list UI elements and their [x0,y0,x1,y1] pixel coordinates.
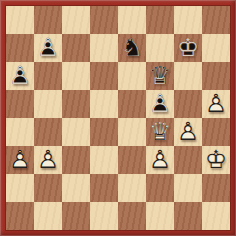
square-d2[interactable] [90,174,118,202]
square-e2[interactable] [118,174,146,202]
piece-black-pawn-a6[interactable]: ♟♙ [6,62,34,90]
square-c5[interactable] [62,90,90,118]
square-h2[interactable] [202,174,230,202]
piece-black-queen-f6[interactable]: ♛♕ [146,62,174,90]
square-g6[interactable] [174,62,202,90]
square-d1[interactable] [90,202,118,230]
square-c8[interactable] [62,6,90,34]
piece-white-king-h3[interactable]: ♚♔ [202,146,230,174]
square-h1[interactable] [202,202,230,230]
black-pawn-detail-icon: ♙ [6,61,34,89]
square-g5[interactable] [174,90,202,118]
square-a6[interactable]: ♟♙ [6,62,34,90]
piece-white-queen-f4[interactable]: ♛♕ [146,118,174,146]
chess-board: ♟♙♞♘♚♔♟♙♛♕♟♙♟♙♛♕♟♙♟♙♟♙♟♙♚♔ [6,6,230,230]
square-a7[interactable] [6,34,34,62]
square-g3[interactable] [174,146,202,174]
square-e7[interactable]: ♞♘ [118,34,146,62]
square-b7[interactable]: ♟♙ [34,34,62,62]
square-d4[interactable] [90,118,118,146]
square-h6[interactable] [202,62,230,90]
square-b3[interactable]: ♟♙ [34,146,62,174]
white-pawn-detail-icon: ♙ [6,145,34,173]
board-frame: ♟♙♞♘♚♔♟♙♛♕♟♙♟♙♛♕♟♙♟♙♟♙♟♙♚♔ [0,0,236,236]
square-f7[interactable] [146,34,174,62]
white-pawn-detail-icon: ♙ [174,117,202,145]
square-a2[interactable] [6,174,34,202]
white-queen-detail-icon: ♕ [146,117,174,145]
square-g4[interactable]: ♟♙ [174,118,202,146]
square-a4[interactable] [6,118,34,146]
square-c2[interactable] [62,174,90,202]
square-e6[interactable] [118,62,146,90]
square-h7[interactable] [202,34,230,62]
square-f1[interactable] [146,202,174,230]
square-d3[interactable] [90,146,118,174]
square-b4[interactable] [34,118,62,146]
piece-black-knight-e7[interactable]: ♞♘ [118,34,146,62]
piece-black-pawn-b7[interactable]: ♟♙ [34,34,62,62]
square-f5[interactable]: ♟♙ [146,90,174,118]
square-f2[interactable] [146,174,174,202]
white-king-detail-icon: ♔ [202,145,230,173]
square-d5[interactable] [90,90,118,118]
black-king-detail-icon: ♔ [174,33,202,61]
square-g1[interactable] [174,202,202,230]
square-g2[interactable] [174,174,202,202]
square-f6[interactable]: ♛♕ [146,62,174,90]
black-knight-detail-icon: ♘ [118,33,146,61]
piece-white-pawn-f3[interactable]: ♟♙ [146,146,174,174]
square-c7[interactable] [62,34,90,62]
square-h5[interactable]: ♟♙ [202,90,230,118]
black-pawn-detail-icon: ♙ [34,33,62,61]
piece-black-king-g7[interactable]: ♚♔ [174,34,202,62]
square-e1[interactable] [118,202,146,230]
square-h3[interactable]: ♚♔ [202,146,230,174]
black-pawn-detail-icon: ♙ [146,89,174,117]
square-c3[interactable] [62,146,90,174]
square-e8[interactable] [118,6,146,34]
white-pawn-detail-icon: ♙ [146,145,174,173]
white-pawn-detail-icon: ♙ [202,89,230,117]
square-a1[interactable] [6,202,34,230]
square-a8[interactable] [6,6,34,34]
square-g7[interactable]: ♚♔ [174,34,202,62]
square-a5[interactable] [6,90,34,118]
white-pawn-detail-icon: ♙ [34,145,62,173]
square-c4[interactable] [62,118,90,146]
square-a3[interactable]: ♟♙ [6,146,34,174]
square-b2[interactable] [34,174,62,202]
square-e3[interactable] [118,146,146,174]
square-h8[interactable] [202,6,230,34]
square-b8[interactable] [34,6,62,34]
square-c1[interactable] [62,202,90,230]
square-b1[interactable] [34,202,62,230]
piece-white-pawn-a3[interactable]: ♟♙ [6,146,34,174]
square-g8[interactable] [174,6,202,34]
piece-white-pawn-g4[interactable]: ♟♙ [174,118,202,146]
square-d6[interactable] [90,62,118,90]
square-f3[interactable]: ♟♙ [146,146,174,174]
square-h4[interactable] [202,118,230,146]
square-b5[interactable] [34,90,62,118]
square-b6[interactable] [34,62,62,90]
square-d7[interactable] [90,34,118,62]
square-f4[interactable]: ♛♕ [146,118,174,146]
square-e5[interactable] [118,90,146,118]
square-d8[interactable] [90,6,118,34]
black-queen-detail-icon: ♕ [146,61,174,89]
piece-white-pawn-b3[interactable]: ♟♙ [34,146,62,174]
square-c6[interactable] [62,62,90,90]
square-f8[interactable] [146,6,174,34]
piece-white-pawn-h5[interactable]: ♟♙ [202,90,230,118]
piece-black-pawn-f5[interactable]: ♟♙ [146,90,174,118]
square-e4[interactable] [118,118,146,146]
